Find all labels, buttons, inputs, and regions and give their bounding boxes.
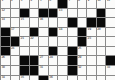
- clue-number: 25: [78, 47, 81, 50]
- black-cell-r6c1: [1, 47, 10, 56]
- clue-number: 23: [88, 37, 91, 40]
- cell-r5c5[interactable]: [39, 37, 48, 46]
- cell-r1c11[interactable]: 10: [97, 0, 106, 8]
- black-cell-r7c3: [20, 56, 29, 65]
- cell-r4c11[interactable]: 20: [97, 28, 106, 37]
- cell-r9c8[interactable]: [68, 76, 77, 80]
- cell-r9c11[interactable]: [97, 76, 106, 80]
- clue-number: 36: [49, 76, 52, 79]
- cell-r2c7[interactable]: 13: [58, 9, 67, 18]
- clue-number: 19: [88, 28, 91, 31]
- cell-r1c8[interactable]: 7: [68, 0, 77, 8]
- clue-number: 26: [1, 56, 4, 59]
- black-cell-r6c6: [49, 47, 58, 56]
- cell-r5c4[interactable]: 22: [30, 37, 39, 46]
- cell-r8c11[interactable]: [97, 66, 106, 75]
- cell-r1c5[interactable]: 5: [39, 0, 48, 8]
- cell-r3c4[interactable]: [30, 18, 39, 27]
- black-cell-r5c9: [78, 37, 87, 46]
- black-cell-r8c4: [30, 66, 39, 75]
- cell-r1c1[interactable]: 1: [1, 0, 10, 8]
- black-cell-r8c8: [68, 66, 77, 75]
- clue-number: 21: [21, 37, 24, 40]
- cell-r6c10[interactable]: [87, 47, 96, 56]
- cell-r4c12[interactable]: [106, 28, 115, 37]
- cell-r6c2[interactable]: 24: [11, 47, 20, 56]
- cell-r7c9[interactable]: 29: [78, 56, 87, 65]
- black-cell-r4c4: [30, 28, 39, 37]
- cell-r1c2[interactable]: 2: [11, 0, 20, 8]
- black-cell-r7c12: [106, 56, 115, 65]
- cell-r7c2[interactable]: [11, 56, 20, 65]
- cell-r6c3[interactable]: [20, 47, 29, 56]
- cell-r5c3[interactable]: 21: [20, 37, 29, 46]
- crossword-grid: 1234567891011121314151617181920212223242…: [0, 0, 115, 80]
- cell-r4c10[interactable]: 19: [87, 28, 96, 37]
- black-cell-r5c1: [1, 37, 10, 46]
- cell-r9c1[interactable]: 34: [1, 76, 10, 80]
- cell-r1c6[interactable]: 6: [49, 0, 58, 8]
- black-cell-r2c5: [39, 9, 48, 18]
- cell-r7c10[interactable]: [87, 56, 96, 65]
- clue-number: 8: [78, 0, 80, 2]
- cell-r3c7[interactable]: [58, 18, 67, 27]
- clue-number: 18: [59, 28, 62, 31]
- cell-r8c5[interactable]: 31: [39, 66, 48, 75]
- cell-r5c11[interactable]: [97, 37, 106, 46]
- cell-r1c3[interactable]: 3: [20, 0, 29, 8]
- clue-number: 31: [40, 66, 43, 69]
- cell-r2c2[interactable]: [11, 9, 20, 18]
- clue-number: 24: [11, 47, 14, 50]
- cell-r7c5[interactable]: 27: [39, 56, 48, 65]
- cell-r6c11[interactable]: [97, 47, 106, 56]
- clue-number: 6: [49, 0, 51, 2]
- cell-r5c7[interactable]: [58, 37, 67, 46]
- cell-r8c12[interactable]: 33: [106, 66, 115, 75]
- cell-r6c12[interactable]: [106, 47, 115, 56]
- clue-number: 9: [88, 0, 90, 2]
- cell-r7c11[interactable]: [97, 56, 106, 65]
- cell-r3c2[interactable]: [11, 18, 20, 27]
- cell-r6c5[interactable]: [39, 47, 48, 56]
- clue-number: 28: [49, 56, 52, 59]
- cell-r9c10[interactable]: [87, 76, 96, 80]
- clue-number: 29: [78, 56, 81, 59]
- black-cell-r3c10: [87, 18, 96, 27]
- cell-r4c8[interactable]: [68, 28, 77, 37]
- black-cell-r3c8: [68, 18, 77, 27]
- cell-r5c10[interactable]: 23: [87, 37, 96, 46]
- black-cell-r4c9: [78, 28, 87, 37]
- black-cell-r5c2: [11, 37, 20, 46]
- cell-r1c4[interactable]: 4: [30, 0, 39, 8]
- clue-number: 10: [97, 0, 100, 2]
- cell-r8c10[interactable]: [87, 66, 96, 75]
- clue-number: 32: [78, 66, 81, 69]
- cell-r3c6[interactable]: [49, 18, 58, 27]
- clue-number: 1: [1, 0, 3, 2]
- cell-r5c12[interactable]: [106, 37, 115, 46]
- clue-number: 15: [21, 18, 24, 21]
- black-cell-r8c3: [20, 66, 29, 75]
- clue-number: 22: [30, 37, 33, 40]
- cell-r5c8[interactable]: [68, 37, 77, 46]
- cell-r4c7[interactable]: 18: [58, 28, 67, 37]
- black-cell-r1c7: [58, 0, 67, 8]
- clue-number: 20: [97, 28, 100, 31]
- cell-r3c12[interactable]: [106, 18, 115, 27]
- clue-number: 17: [11, 28, 14, 31]
- clue-number: 14: [1, 18, 4, 21]
- cell-r8c9[interactable]: 32: [78, 66, 87, 75]
- black-cell-r7c4: [30, 56, 39, 65]
- cell-r9c3[interactable]: 35: [20, 76, 29, 80]
- clue-number: 2: [11, 0, 13, 2]
- black-cell-r7c8: [68, 56, 77, 65]
- black-cell-r4c6: [49, 28, 58, 37]
- clue-number: 12: [1, 9, 4, 12]
- cell-r1c10[interactable]: 9: [87, 0, 96, 8]
- clue-number: 35: [21, 76, 24, 79]
- cell-r7c6[interactable]: 28: [49, 56, 58, 65]
- cell-r9c12[interactable]: [106, 76, 115, 80]
- cell-r8c1[interactable]: 30: [1, 66, 10, 75]
- cell-r4c5[interactable]: [39, 28, 48, 37]
- black-cell-r2c6: [49, 9, 58, 18]
- black-cell-r6c8: [68, 47, 77, 56]
- cell-r3c1[interactable]: 14: [1, 18, 10, 27]
- cell-r1c12[interactable]: 11: [106, 0, 115, 8]
- cell-r9c4[interactable]: [30, 76, 39, 80]
- cell-r4c3[interactable]: [20, 28, 29, 37]
- cell-r8c2[interactable]: [11, 66, 20, 75]
- cell-r7c7[interactable]: [58, 56, 67, 65]
- cell-r4c2[interactable]: 17: [11, 28, 20, 37]
- clue-number: 5: [40, 0, 42, 2]
- clue-number: 34: [1, 76, 4, 79]
- black-cell-r3c11: [97, 18, 106, 27]
- cell-r2c10[interactable]: [87, 9, 96, 18]
- black-cell-r9c5: [39, 76, 48, 80]
- cell-r3c3[interactable]: 15: [20, 18, 29, 27]
- clue-number: 7: [68, 0, 70, 2]
- cell-r8c7[interactable]: [58, 66, 67, 75]
- cell-r2c1[interactable]: 12: [1, 9, 10, 18]
- cell-r1c9[interactable]: 8: [78, 0, 87, 8]
- cell-r6c7[interactable]: [58, 47, 67, 56]
- black-cell-r2c11: [97, 9, 106, 18]
- clue-number: 16: [40, 18, 43, 21]
- cell-r2c12[interactable]: [106, 9, 115, 18]
- clue-number: 3: [21, 0, 23, 2]
- crossword-screenshot: 1234567891011121314151617181920212223242…: [0, 0, 115, 80]
- clue-number: 30: [1, 66, 4, 69]
- clue-number: 13: [59, 9, 62, 12]
- cell-r9c9[interactable]: [78, 76, 87, 80]
- black-cell-r2c3: [20, 9, 29, 18]
- cell-r2c9[interactable]: [78, 9, 87, 18]
- clue-number: 33: [107, 66, 110, 69]
- cell-r9c6[interactable]: 36: [49, 76, 58, 80]
- cell-r7c1[interactable]: 26: [1, 56, 10, 65]
- cell-r8c6[interactable]: [49, 66, 58, 75]
- cell-r9c7[interactable]: [58, 76, 67, 80]
- cell-r9c2[interactable]: [11, 76, 20, 80]
- black-cell-r4c1: [1, 28, 10, 37]
- clue-number: 11: [107, 0, 110, 2]
- cell-r2c4[interactable]: [30, 9, 39, 18]
- cell-r5c6[interactable]: [49, 37, 58, 46]
- cell-r3c9[interactable]: [78, 18, 87, 27]
- cell-r6c9[interactable]: 25: [78, 47, 87, 56]
- cell-r3c5[interactable]: 16: [39, 18, 48, 27]
- clue-number: 27: [40, 56, 43, 59]
- cell-r6c4[interactable]: [30, 47, 39, 56]
- cell-r2c8[interactable]: [68, 9, 77, 18]
- clue-number: 4: [30, 0, 32, 2]
